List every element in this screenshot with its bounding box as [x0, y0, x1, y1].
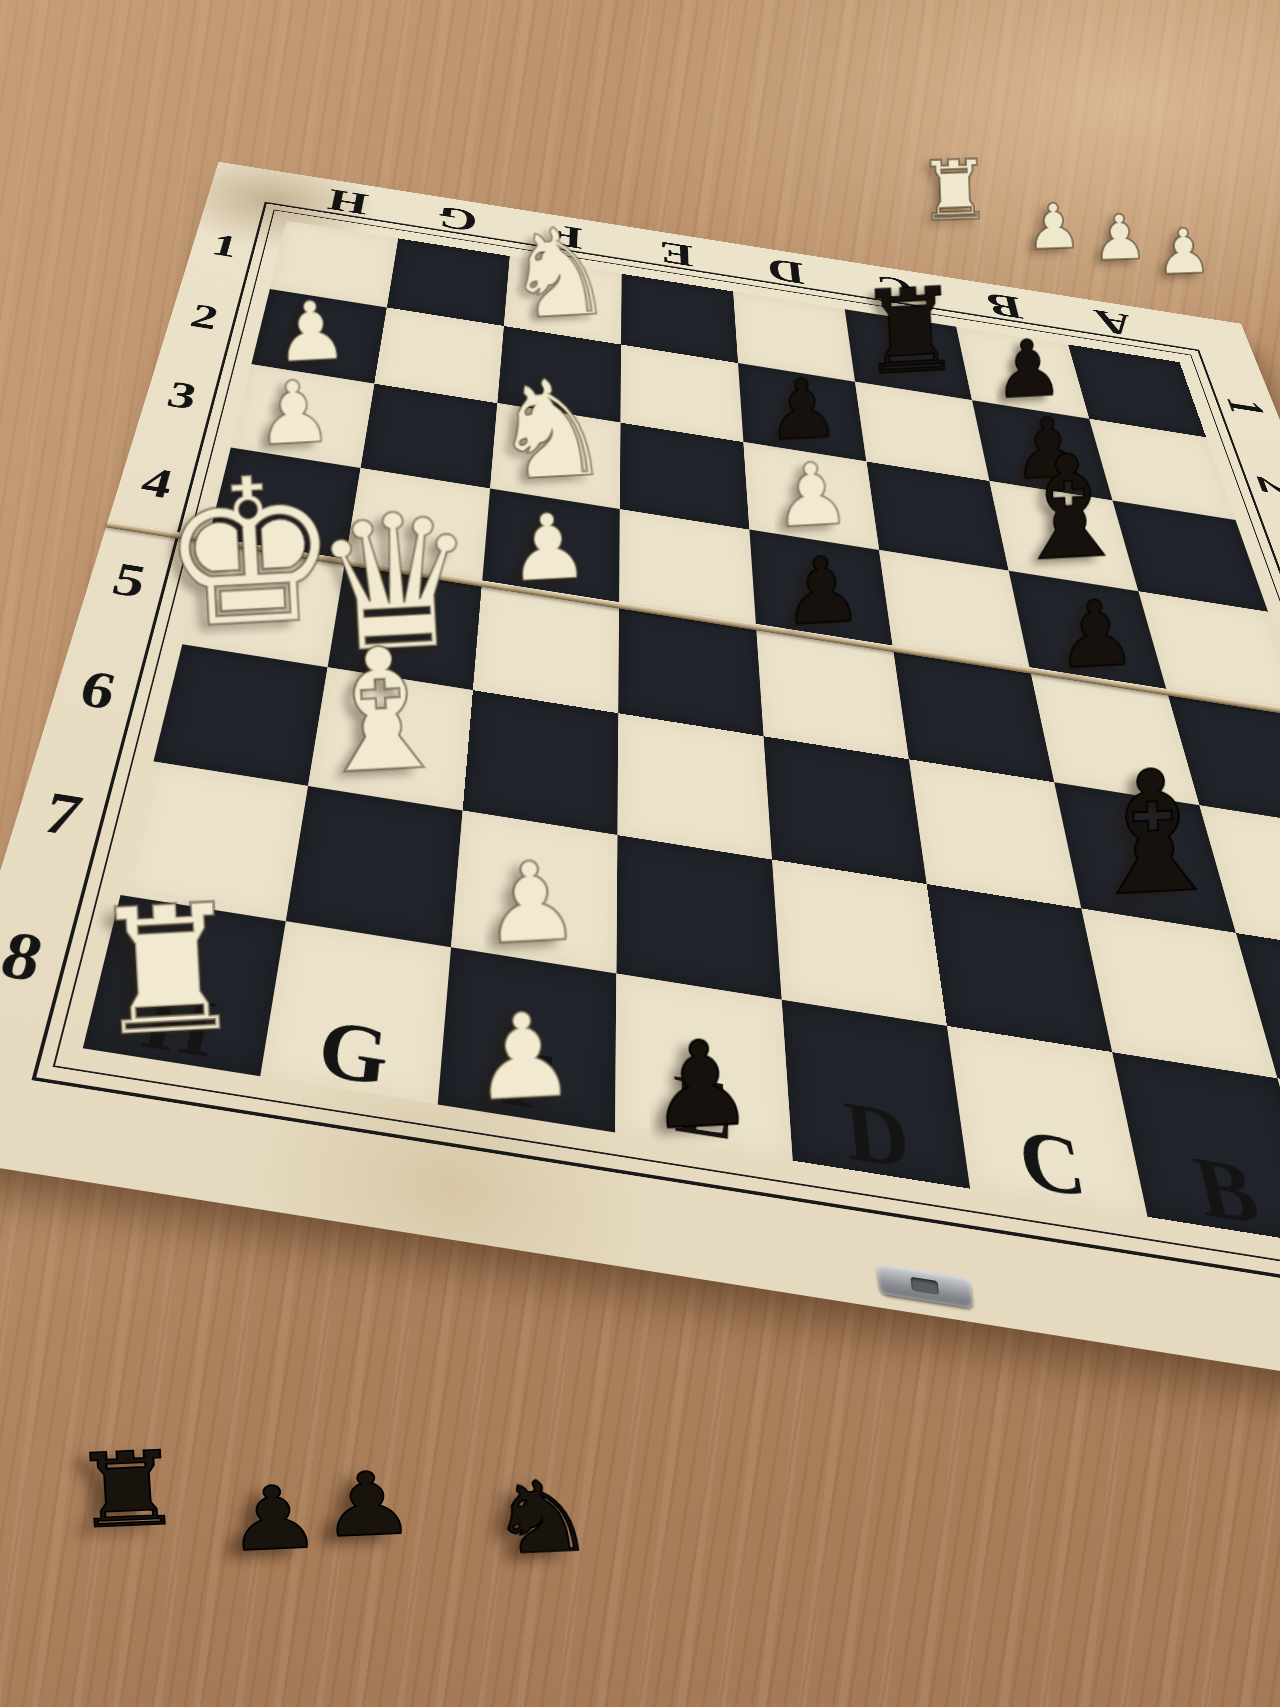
white-pawn-f7[interactable]: ♟	[479, 845, 583, 960]
square-a5[interactable]	[1167, 692, 1280, 828]
black-bishop-b6[interactable]: ♝	[1074, 745, 1234, 921]
square-g7[interactable]	[286, 786, 463, 947]
square-d6[interactable]	[764, 736, 927, 884]
photo-scene: ♞♜♟♟♟♟♟♞♟♝♟♟♟♚♛♝♝♟♜♟♟ HHGGFFEEDDCCBBAA11…	[0, 0, 1280, 1707]
square-d1[interactable]	[733, 291, 855, 381]
square-c3[interactable]	[866, 462, 1008, 571]
square-f6[interactable]	[463, 690, 619, 835]
square-f1[interactable]: ♞	[504, 256, 622, 344]
square-g1[interactable]	[387, 238, 510, 326]
square-d5[interactable]	[756, 627, 909, 759]
file-label-top-c: C	[838, 264, 953, 314]
square-d4[interactable]: ♟	[749, 530, 893, 649]
square-h6[interactable]	[153, 644, 327, 786]
rank-label-left-7: 7	[4, 744, 118, 889]
rank-label-right-2: 2	[1210, 458, 1280, 516]
square-b5[interactable]	[1030, 670, 1199, 805]
square-e4[interactable]	[619, 509, 756, 627]
black-rook-captured-bottom-1[interactable]: ♜	[69, 1437, 187, 1543]
rank-label-left-5: 5	[80, 525, 176, 639]
white-pawn-captured-top-2[interactable]: ♟	[1025, 195, 1083, 259]
square-e8[interactable]: ♟	[615, 974, 792, 1161]
rank-label-right-4: 4	[1273, 637, 1280, 707]
square-e7[interactable]	[616, 835, 781, 1000]
square-e2[interactable]	[620, 345, 743, 443]
square-c4[interactable]	[879, 550, 1030, 670]
black-knight-captured-bottom-4[interactable]: ♞	[485, 1467, 599, 1570]
rank-label-left-3: 3	[139, 350, 222, 442]
white-pawn-captured-top-4[interactable]: ♟	[1155, 220, 1213, 284]
file-label-top-b: B	[947, 281, 1065, 331]
file-label-top-d: D	[730, 247, 843, 296]
square-b6[interactable]: ♝	[1054, 782, 1236, 933]
black-rook-c1[interactable]: ♜	[856, 271, 965, 392]
white-pawn-f8[interactable]: ♟	[468, 994, 580, 1117]
white-bishop-g6[interactable]: ♝	[301, 623, 461, 799]
square-g3[interactable]	[360, 384, 497, 489]
square-f3[interactable]: ♞	[490, 403, 620, 509]
file-label-top-f: F	[511, 213, 622, 262]
black-pawn-b4[interactable]: ♟	[1053, 586, 1139, 681]
file-label-bottom-e: E	[615, 1051, 793, 1166]
square-g2[interactable]	[374, 307, 504, 403]
square-g8[interactable]	[260, 921, 451, 1104]
square-c7[interactable]	[927, 884, 1112, 1052]
square-d3[interactable]: ♟	[743, 442, 879, 550]
square-c1[interactable]: ♜	[845, 309, 972, 400]
board-grid: ♞♜♟♟♟♟♟♞♟♝♟♟♟♚♛♝♝♟♜♟♟	[83, 221, 1280, 1273]
square-b4[interactable]: ♟	[1009, 571, 1167, 692]
black-pawn-captured-bottom-3[interactable]: ♟	[317, 1460, 417, 1551]
file-label-bottom-c: C	[958, 1105, 1149, 1222]
white-knight-f3[interactable]: ♞	[488, 359, 616, 500]
square-h1[interactable]	[270, 221, 398, 308]
white-king-h5[interactable]: ♚	[155, 448, 346, 658]
square-e1[interactable]	[621, 274, 738, 363]
square-c6[interactable]	[909, 759, 1081, 908]
square-h3[interactable]: ♟	[231, 364, 375, 468]
file-label-bottom-f: F	[437, 1024, 616, 1138]
black-bishop-b3[interactable]: ♝	[1002, 434, 1136, 582]
square-g6[interactable]: ♝	[308, 667, 473, 810]
file-label-top-h: H	[290, 178, 406, 226]
black-pawn-d4[interactable]: ♟	[779, 543, 865, 638]
square-h2[interactable]: ♟	[251, 289, 387, 384]
black-pawn-captured-bottom-2[interactable]: ♟	[223, 1474, 323, 1565]
square-e3[interactable]	[620, 423, 750, 530]
square-h7[interactable]	[121, 762, 309, 922]
white-rook-h8[interactable]: ♜	[85, 880, 251, 1063]
white-queen-g5[interactable]: ♛	[308, 487, 484, 681]
square-f2[interactable]	[497, 326, 621, 423]
file-label-top-g: G	[400, 195, 513, 243]
square-a7[interactable]	[1236, 933, 1280, 1104]
square-e5[interactable]	[618, 605, 763, 736]
square-a3[interactable]	[1113, 501, 1269, 612]
square-d8[interactable]	[782, 1000, 970, 1189]
black-pawn-b2[interactable]: ♟	[1010, 405, 1088, 491]
square-g4[interactable]	[345, 468, 490, 584]
square-b2[interactable]: ♟	[972, 400, 1112, 500]
clasp-hinge-icon	[876, 1264, 973, 1309]
white-rook-captured-top-1[interactable]: ♜	[917, 149, 993, 234]
square-b1[interactable]: ♟	[956, 327, 1089, 419]
black-pawn-b1[interactable]: ♟	[991, 328, 1065, 409]
square-b8[interactable]	[1112, 1052, 1280, 1245]
square-a6[interactable]	[1200, 805, 1280, 957]
square-b7[interactable]	[1081, 909, 1277, 1079]
file-label-top-e: E	[622, 230, 733, 279]
square-d7[interactable]	[772, 860, 947, 1026]
square-d2[interactable]: ♟	[738, 363, 866, 461]
white-knight-f1[interactable]: ♞	[502, 210, 617, 337]
square-b3[interactable]: ♝	[989, 481, 1138, 591]
square-a1[interactable]	[1068, 344, 1206, 437]
square-c8[interactable]	[947, 1026, 1148, 1217]
board-labels: HHGGFFEEDDCCBBAA1122334455667788	[219, 162, 1241, 324]
board-fold-seam	[106, 521, 1280, 733]
square-f8[interactable]: ♟	[438, 947, 617, 1132]
file-label-bottom-h: H	[81, 970, 273, 1082]
rank-label-left-1: 1	[187, 208, 261, 284]
rank-label-left-2: 2	[165, 276, 243, 360]
rank-label-right-1: 1	[1183, 381, 1280, 435]
square-c5[interactable]	[893, 649, 1054, 783]
rank-label-left-6: 6	[44, 628, 148, 756]
white-pawn-captured-top-3[interactable]: ♟	[1091, 206, 1149, 270]
white-pawn-h3[interactable]: ♟	[253, 368, 335, 458]
square-h5[interactable]: ♚	[182, 540, 345, 667]
board-tilt-wrapper: ♞♜♟♟♟♟♟♞♟♝♟♟♟♚♛♝♝♟♜♟♟ HHGGFFEEDDCCBBAA11…	[0, 0, 1280, 1707]
file-label-bottom-d: D	[787, 1078, 971, 1194]
square-f7[interactable]: ♟	[451, 811, 617, 974]
square-c2[interactable]	[855, 382, 989, 481]
white-pawn-f4[interactable]: ♟	[505, 499, 591, 594]
square-a2[interactable]	[1089, 419, 1235, 520]
square-f4[interactable]: ♟	[482, 489, 620, 606]
square-h4[interactable]	[208, 447, 361, 561]
chess-board: ♞♜♟♟♟♟♟♞♟♝♟♟♟♚♛♝♝♟♜♟♟ HHGGFFEEDDCCBBAA11…	[0, 162, 1280, 1436]
board-frame-outer-line	[31, 202, 1280, 1323]
square-e6[interactable]	[617, 713, 772, 859]
square-f5[interactable]	[473, 584, 619, 714]
rank-label-left-8: 8	[0, 877, 82, 1042]
black-pawn-e8[interactable]: ♟	[645, 1022, 757, 1145]
black-pawn-d2[interactable]: ♟	[764, 366, 842, 452]
square-h8[interactable]: ♜	[83, 895, 286, 1076]
white-pawn-d3[interactable]: ♟	[771, 450, 853, 540]
file-label-bottom-b: B	[1129, 1132, 1280, 1250]
square-g5[interactable]: ♛	[328, 562, 482, 690]
file-label-top-a: A	[1055, 298, 1175, 348]
file-label-bottom-g: G	[259, 997, 444, 1110]
square-a4[interactable]	[1138, 591, 1280, 714]
white-pawn-h2[interactable]: ♟	[272, 289, 350, 375]
board-perspective-wrapper: ♞♜♟♟♟♟♟♞♟♝♟♟♟♚♛♝♝♟♜♟♟ HHGGFFEEDDCCBBAA11…	[0, 0, 1280, 1436]
board-frame-inner-line	[53, 209, 1280, 1301]
rank-label-right-3: 3	[1240, 543, 1280, 607]
rank-label-left-4: 4	[111, 433, 200, 535]
